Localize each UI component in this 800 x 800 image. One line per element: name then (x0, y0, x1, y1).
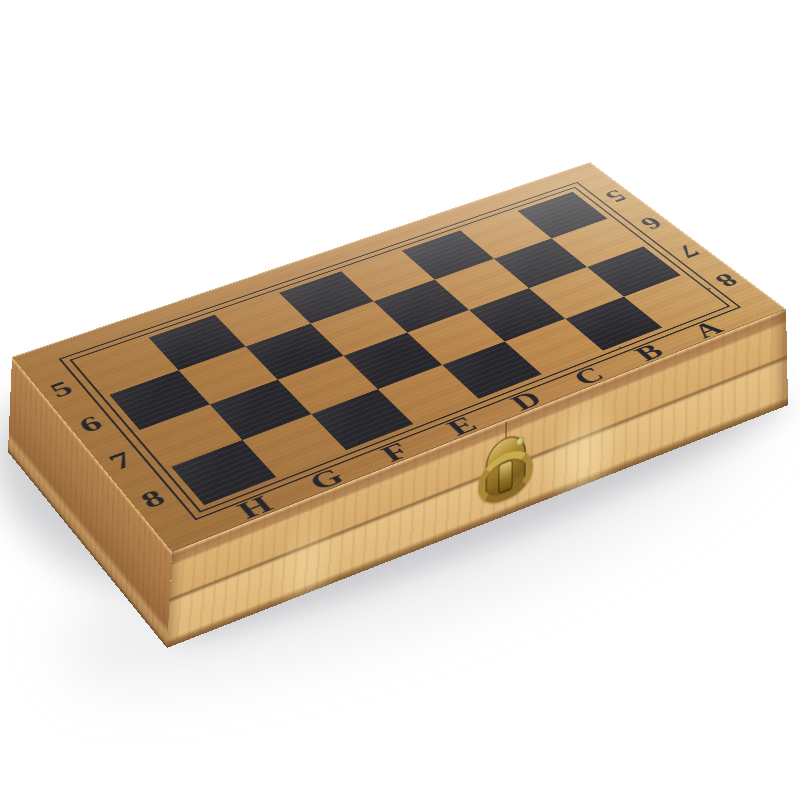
product-photo-scene: HGFEDCBA 5678 5678 (0, 0, 800, 800)
clasp-latch (476, 424, 535, 519)
